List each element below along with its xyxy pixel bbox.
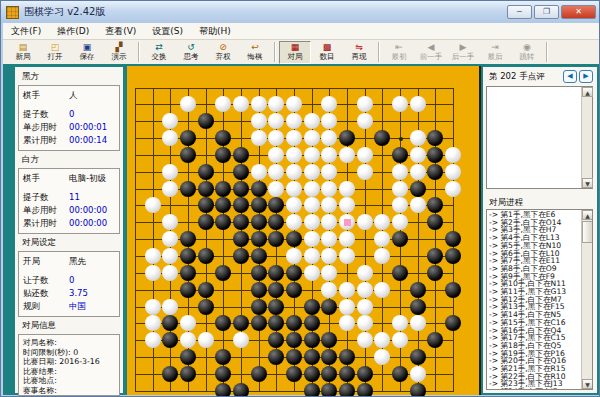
black-stone <box>357 366 373 382</box>
info-row: 单步用时00:00:00 <box>23 204 115 217</box>
black-stone <box>410 349 426 365</box>
white-stone <box>410 164 426 180</box>
black-stone <box>427 248 443 264</box>
black-stone <box>286 315 302 331</box>
white-stone <box>286 96 302 112</box>
white-stone <box>339 248 355 264</box>
white-stone <box>374 332 390 348</box>
info-row: 开局黑先 <box>23 255 115 268</box>
white-stone <box>145 315 161 331</box>
scroll-down-icon[interactable]: ▼ <box>582 379 593 389</box>
black-stone <box>198 197 214 213</box>
scroll-up-icon[interactable]: ▲ <box>582 87 593 97</box>
black-stone <box>339 383 355 397</box>
black-stone <box>427 147 443 163</box>
black-stone <box>233 214 249 230</box>
black-stone <box>251 214 267 230</box>
toolbar-label: 悔棋 <box>248 53 263 61</box>
black-stone <box>198 248 214 264</box>
game-info-line: 对局名称: <box>23 338 115 348</box>
black-stone <box>304 383 320 397</box>
white-stone <box>286 248 302 264</box>
black-stone <box>215 197 231 213</box>
black-stone <box>198 299 214 315</box>
menu-item[interactable]: 设置(S) <box>144 23 191 40</box>
black-stone <box>268 231 284 247</box>
white-stone <box>198 332 214 348</box>
toolbar-label: 数目 <box>320 53 335 61</box>
white-stone <box>251 96 267 112</box>
black-stone <box>410 383 426 397</box>
menu-item[interactable]: 操作(D) <box>49 23 97 40</box>
field-label: 单步用时 <box>23 121 69 134</box>
white-stone <box>180 96 196 112</box>
black-stone <box>427 332 443 348</box>
toolbar-button-数目[interactable]: ▩数目 <box>311 41 343 64</box>
comment-scrollbar[interactable]: ▲ ▼ <box>581 87 592 188</box>
toolbar-button-新局[interactable]: ▤新局 <box>7 41 39 64</box>
white-stone <box>357 315 373 331</box>
info-row: 累计用时00:00:14 <box>23 134 115 147</box>
black-stone <box>251 181 267 197</box>
white-stone <box>374 349 390 365</box>
white-stone <box>304 265 320 281</box>
black-stone <box>427 214 443 230</box>
white-stone <box>162 248 178 264</box>
white-stone <box>268 130 284 146</box>
toolbar-button-再现[interactable]: ⇋再现 <box>343 41 375 64</box>
black-stone <box>321 349 337 365</box>
white-stone <box>357 113 373 129</box>
scrollbar-thumb[interactable] <box>582 221 593 243</box>
white-stone <box>339 197 355 213</box>
white-stone <box>304 130 320 146</box>
white-stone <box>339 231 355 247</box>
field-label: 规则 <box>23 300 69 313</box>
black-stone <box>162 366 178 382</box>
scroll-down-icon[interactable]: ▼ <box>582 178 593 188</box>
move-list-item[interactable]: -> 第24手,白下在J7 <box>487 388 581 390</box>
white-stone <box>286 113 302 129</box>
black-stone <box>321 383 337 397</box>
black-stone <box>215 265 231 281</box>
white-stone <box>162 231 178 247</box>
black-stone <box>304 366 320 382</box>
toolbar-label: 保存 <box>80 53 95 61</box>
toolbar-label: 最后 <box>488 53 503 61</box>
black-stone <box>321 332 337 348</box>
white-stone <box>251 113 267 129</box>
field-label: 贴还数 <box>23 287 69 300</box>
black-stone <box>162 332 178 348</box>
black-stone <box>357 383 373 397</box>
black-stone <box>268 332 284 348</box>
move-list-scrollbar[interactable]: ▲ ▼ <box>581 210 592 389</box>
minimize-button[interactable]: ─ <box>507 5 532 19</box>
white-stone <box>357 147 373 163</box>
comment-title: 第 202 手点评 <box>489 71 545 83</box>
black-stone <box>251 231 267 247</box>
maximize-button[interactable]: ❐ <box>534 5 559 19</box>
toolbar-label: 打开 <box>48 53 63 61</box>
white-stone <box>268 147 284 163</box>
white-stone <box>162 214 178 230</box>
field-value: 00:00:00 <box>69 217 107 230</box>
black-stone <box>215 366 231 382</box>
toolbar-label: 再现 <box>352 53 367 61</box>
black-stone <box>445 282 461 298</box>
black-stone <box>233 248 249 264</box>
white-stone <box>321 214 337 230</box>
right-panel: 第 202 手点评 ◀ ▶ ▲ ▼ 对局进程 -> 第1手,黑下在E6-> 第2… <box>483 67 597 393</box>
toolbar-label: 对局 <box>288 53 303 61</box>
black-stone <box>304 299 320 315</box>
black-stone <box>215 130 231 146</box>
white-stone <box>321 147 337 163</box>
black-stone <box>251 315 267 331</box>
black-stone <box>233 383 249 397</box>
black-stone <box>410 181 426 197</box>
black-stone <box>268 265 284 281</box>
black-stone <box>198 214 214 230</box>
toolbar-label: 前一手 <box>420 53 443 61</box>
white-stone <box>180 315 196 331</box>
black-stone <box>339 130 355 146</box>
info-row: 提子数11 <box>23 191 115 204</box>
black-stone <box>427 164 443 180</box>
white-stone <box>445 181 461 197</box>
section-box-黑方: 棋手人提子数0单步用时00:00:01累计用时00:00:14 <box>18 85 120 151</box>
white-stone <box>268 96 284 112</box>
grid-line <box>135 391 454 392</box>
white-stone <box>180 332 196 348</box>
black-stone <box>251 197 267 213</box>
black-stone <box>233 181 249 197</box>
toolbar-label: 弃权 <box>216 53 231 61</box>
black-stone <box>339 366 355 382</box>
black-stone <box>268 315 284 331</box>
game-info-box: 对局名称:时间限制(秒): 0比赛日期: 2016-3-16比赛结果:比赛地点:… <box>18 334 120 396</box>
black-stone <box>180 282 196 298</box>
toolbar-button-保存[interactable]: ▣保存 <box>71 41 103 64</box>
toolbar-button-演示[interactable]: ▞演示 <box>103 41 135 64</box>
black-stone <box>180 130 196 146</box>
black-stone <box>286 349 302 365</box>
section-title: 对局设定 <box>22 237 120 249</box>
black-stone <box>198 181 214 197</box>
black-stone <box>233 147 249 163</box>
white-stone <box>445 164 461 180</box>
black-stone <box>392 231 408 247</box>
black-stone <box>392 147 408 163</box>
field-value: 0 <box>69 108 74 121</box>
black-stone <box>445 315 461 331</box>
black-stone <box>321 366 337 382</box>
field-label: 让子数 <box>23 274 69 287</box>
white-stone <box>304 181 320 197</box>
white-stone <box>392 332 408 348</box>
info-row: 规则中国 <box>23 300 115 313</box>
black-stone <box>215 214 231 230</box>
white-stone <box>304 214 320 230</box>
white-stone <box>286 147 302 163</box>
white-stone <box>304 164 320 180</box>
black-stone <box>180 231 196 247</box>
toolbar-button-后一手: ▶后一手 <box>447 41 479 64</box>
toolbar-button-最初: ⇤最初 <box>383 41 415 64</box>
last-move-marker <box>344 219 351 226</box>
white-stone <box>357 96 373 112</box>
white-stone <box>304 231 320 247</box>
toolbar-separator <box>138 42 140 62</box>
black-stone <box>198 113 214 129</box>
go-board[interactable] <box>127 66 481 395</box>
black-stone <box>286 282 302 298</box>
prev-comment-button[interactable]: ◀ <box>563 70 577 83</box>
white-stone <box>162 299 178 315</box>
toolbar-label: 交换 <box>152 53 167 61</box>
white-stone <box>304 197 320 213</box>
white-stone <box>339 181 355 197</box>
info-row: 累计用时00:00:00 <box>23 217 115 230</box>
toolbar-separator <box>378 42 380 62</box>
white-stone <box>321 113 337 129</box>
black-stone <box>251 299 267 315</box>
toolbar-button-思考[interactable]: ↺思考 <box>175 41 207 64</box>
star-point <box>399 137 403 141</box>
field-label: 棋手 <box>23 89 69 102</box>
game-info-line: 比赛日期: 2016-3-16 <box>23 357 115 367</box>
white-stone <box>410 147 426 163</box>
app-window: 围棋学习 v2.42版 ─ ❐ ✕ 文件(F)操作(D)查看(V)设置(S)帮助… <box>0 0 600 397</box>
white-stone <box>286 214 302 230</box>
field-value: 中国 <box>69 300 86 313</box>
title-bar: 围棋学习 v2.42版 ─ ❐ ✕ <box>1 1 600 23</box>
toolbar-button-打开[interactable]: ◰打开 <box>39 41 71 64</box>
section-title: 白方 <box>22 154 120 166</box>
white-stone <box>357 214 373 230</box>
black-stone <box>198 164 214 180</box>
left-panel: 黑方棋手人提子数0单步用时00:00:01累计用时00:00:14白方棋手电脑-… <box>15 67 123 393</box>
game-info-line: 比赛地点: <box>23 376 115 386</box>
white-stone <box>339 299 355 315</box>
field-value: 11 <box>69 191 80 204</box>
info-row: 单步用时00:00:01 <box>23 121 115 134</box>
white-stone <box>145 265 161 281</box>
black-stone <box>251 282 267 298</box>
toolbar-label: 跳转 <box>520 53 535 61</box>
close-button[interactable]: ✕ <box>561 5 596 19</box>
field-label: 开局 <box>23 255 69 268</box>
info-row: 提子数0 <box>23 108 115 121</box>
white-stone <box>445 147 461 163</box>
white-stone <box>162 164 178 180</box>
white-stone <box>233 332 249 348</box>
black-stone <box>215 147 231 163</box>
white-stone <box>374 231 390 247</box>
white-stone <box>286 164 302 180</box>
white-stone <box>392 181 408 197</box>
black-stone <box>410 282 426 298</box>
black-stone <box>233 231 249 247</box>
white-stone <box>321 181 337 197</box>
field-value: 00:00:14 <box>69 134 107 147</box>
toolbar-button-弃权[interactable]: ⊘弃权 <box>207 41 239 64</box>
white-stone <box>392 96 408 112</box>
black-stone <box>215 349 231 365</box>
next-comment-button[interactable]: ▶ <box>579 70 593 83</box>
move-list[interactable]: -> 第1手,黑下在E6-> 第2手,白下在O14-> 第3手,黑下在H7-> … <box>486 209 593 390</box>
section-title: 黑方 <box>22 71 120 83</box>
black-stone <box>251 265 267 281</box>
black-stone <box>268 197 284 213</box>
black-stone <box>215 383 231 397</box>
field-value: 人 <box>69 89 78 102</box>
white-stone <box>268 164 284 180</box>
white-stone <box>268 181 284 197</box>
field-value: 0 <box>69 274 74 287</box>
white-stone <box>286 130 302 146</box>
toolbar-label: 演示 <box>112 53 127 61</box>
progress-title: 对局进程 <box>489 197 523 209</box>
white-stone <box>392 164 408 180</box>
white-stone <box>410 197 426 213</box>
white-stone <box>162 130 178 146</box>
black-stone <box>215 315 231 331</box>
white-stone <box>321 265 337 281</box>
field-label: 单步用时 <box>23 204 69 217</box>
black-stone <box>445 231 461 247</box>
white-stone <box>251 164 267 180</box>
grid-line <box>135 307 454 308</box>
black-stone <box>180 349 196 365</box>
white-stone <box>286 181 302 197</box>
menu-bar: 文件(F)操作(D)查看(V)设置(S)帮助(H) <box>3 23 599 40</box>
info-row: 让子数0 <box>23 274 115 287</box>
toolbar: ▤新局◰打开▣保存▞演示⇄交换↺思考⊘弃权↩悔棋▦对局▩数目⇋再现⇤最初◀前一手… <box>3 40 599 64</box>
white-stone <box>410 366 426 382</box>
black-stone <box>304 315 320 331</box>
black-stone <box>286 265 302 281</box>
black-stone <box>233 164 249 180</box>
black-stone <box>304 349 320 365</box>
game-info-line: 时间限制(秒): 0 <box>23 348 115 358</box>
black-stone <box>180 366 196 382</box>
black-stone <box>268 214 284 230</box>
white-stone <box>162 113 178 129</box>
menu-item[interactable]: 帮助(H) <box>191 23 239 40</box>
field-label: 累计用时 <box>23 134 69 147</box>
field-label: 棋手 <box>23 172 69 185</box>
white-stone <box>357 299 373 315</box>
black-stone <box>427 130 443 146</box>
white-stone <box>304 147 320 163</box>
white-stone <box>304 248 320 264</box>
black-stone <box>339 349 355 365</box>
toolbar-separator <box>546 42 548 62</box>
main-content: 黑方棋手人提子数0单步用时00:00:01累计用时00:00:14白方棋手电脑-… <box>3 64 599 395</box>
app-icon <box>6 6 19 19</box>
field-value: 3.75 <box>69 287 88 300</box>
white-stone <box>392 214 408 230</box>
black-stone <box>268 299 284 315</box>
toolbar-button-前一手: ◀前一手 <box>415 41 447 64</box>
toolbar-button-交换[interactable]: ⇄交换 <box>143 41 175 64</box>
white-stone <box>321 282 337 298</box>
menu-item[interactable]: 查看(V) <box>97 23 144 40</box>
toolbar-label: 最初 <box>392 53 407 61</box>
black-stone <box>162 315 178 331</box>
white-stone <box>357 164 373 180</box>
field-value: 黑先 <box>69 255 86 268</box>
white-stone <box>145 197 161 213</box>
white-stone <box>215 96 231 112</box>
section-title: 对局信息 <box>22 320 120 332</box>
black-stone <box>374 130 390 146</box>
menu-item[interactable]: 文件(F) <box>3 23 49 40</box>
toolbar-label: 新局 <box>16 53 31 61</box>
black-stone <box>392 366 408 382</box>
black-stone <box>286 231 302 247</box>
black-stone <box>268 282 284 298</box>
black-stone <box>321 299 337 315</box>
white-stone <box>374 248 390 264</box>
black-stone <box>445 248 461 264</box>
black-stone <box>268 349 284 365</box>
black-stone <box>180 265 196 281</box>
black-stone <box>427 197 443 213</box>
white-stone <box>145 332 161 348</box>
field-value: 电脑-初级 <box>69 172 106 185</box>
black-stone <box>251 366 267 382</box>
black-stone <box>180 181 196 197</box>
white-stone <box>162 265 178 281</box>
white-stone <box>145 248 161 264</box>
white-stone <box>304 113 320 129</box>
white-stone <box>339 147 355 163</box>
black-stone <box>251 248 267 264</box>
toolbar-separator <box>274 42 276 62</box>
black-stone <box>392 265 408 281</box>
black-stone <box>286 332 302 348</box>
toolbar-label: 思考 <box>184 53 199 61</box>
white-stone <box>321 197 337 213</box>
white-stone <box>392 315 408 331</box>
comment-textarea[interactable]: ▲ ▼ <box>486 86 593 189</box>
game-info-line: 赛事名称: <box>23 386 115 396</box>
white-stone <box>321 130 337 146</box>
black-stone <box>198 282 214 298</box>
white-stone <box>410 315 426 331</box>
info-row: 贴还数3.75 <box>23 287 115 300</box>
black-stone <box>410 299 426 315</box>
white-stone <box>321 248 337 264</box>
field-label: 提子数 <box>23 108 69 121</box>
scroll-up-icon[interactable]: ▲ <box>582 210 593 220</box>
toolbar-button-对局[interactable]: ▦对局 <box>279 41 311 64</box>
info-row: 棋手电脑-初级 <box>23 172 115 185</box>
white-stone <box>233 96 249 112</box>
white-stone <box>339 282 355 298</box>
toolbar-button-悔棋[interactable]: ↩悔棋 <box>239 41 271 64</box>
black-stone <box>233 315 249 331</box>
white-stone <box>374 282 390 298</box>
field-value: 00:00:01 <box>69 121 107 134</box>
black-stone <box>286 366 302 382</box>
white-stone <box>410 130 426 146</box>
window-title: 围棋学习 v2.42版 <box>24 5 105 19</box>
white-stone <box>410 96 426 112</box>
